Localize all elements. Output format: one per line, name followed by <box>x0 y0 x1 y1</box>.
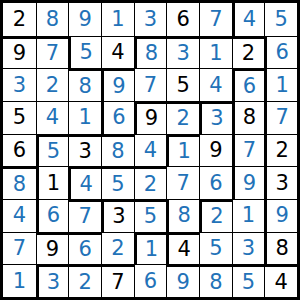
cell-r9c4[interactable]: 7 <box>101 264 134 297</box>
cell-r9c6[interactable]: 9 <box>166 264 199 297</box>
cell-r5c6[interactable]: 1 <box>166 134 199 167</box>
cell-r5c5[interactable]: 4 <box>134 134 167 167</box>
cell-r5c7[interactable]: 9 <box>199 134 232 167</box>
cell-r6c3[interactable]: 4 <box>68 166 101 199</box>
cell-r5c2[interactable]: 5 <box>36 134 69 167</box>
cell-r3c7[interactable]: 4 <box>199 68 232 101</box>
cell-r7c5[interactable]: 5 <box>134 199 167 232</box>
cell-r9c5[interactable]: 6 <box>134 264 167 297</box>
cell-r3c2[interactable]: 2 <box>36 68 69 101</box>
cell-r6c6[interactable]: 7 <box>166 166 199 199</box>
cell-r2c4[interactable]: 4 <box>101 36 134 69</box>
cell-r1c2[interactable]: 8 <box>36 3 69 36</box>
cell-r7c9[interactable]: 9 <box>264 199 297 232</box>
cell-r2c2[interactable]: 7 <box>36 36 69 69</box>
cell-r3c6[interactable]: 5 <box>166 68 199 101</box>
cell-r9c3[interactable]: 2 <box>68 264 101 297</box>
cell-r7c7[interactable]: 2 <box>199 199 232 232</box>
cell-r5c4[interactable]: 8 <box>101 134 134 167</box>
cell-r5c1[interactable]: 6 <box>3 134 36 167</box>
cell-r4c4[interactable]: 6 <box>101 101 134 134</box>
cell-r8c9[interactable]: 8 <box>264 232 297 265</box>
cell-r2c8[interactable]: 2 <box>232 36 265 69</box>
cell-r6c5[interactable]: 2 <box>134 166 167 199</box>
cell-r3c8[interactable]: 6 <box>232 68 265 101</box>
cell-r1c1[interactable]: 2 <box>3 3 36 36</box>
cell-r8c4[interactable]: 2 <box>101 232 134 265</box>
cell-r1c7[interactable]: 7 <box>199 3 232 36</box>
cell-r8c1[interactable]: 7 <box>3 232 36 265</box>
cell-r4c2[interactable]: 4 <box>36 101 69 134</box>
cell-r7c3[interactable]: 7 <box>68 199 101 232</box>
cell-r4c9[interactable]: 7 <box>264 101 297 134</box>
cell-r1c8[interactable]: 4 <box>232 3 265 36</box>
cell-r7c8[interactable]: 1 <box>232 199 265 232</box>
cell-r4c1[interactable]: 5 <box>3 101 36 134</box>
jigsaw-sudoku-board: 2891367459754831263289754615416923876538… <box>0 0 300 300</box>
cell-r2c3[interactable]: 5 <box>68 36 101 69</box>
cell-r2c5[interactable]: 8 <box>134 36 167 69</box>
cell-r2c1[interactable]: 9 <box>3 36 36 69</box>
cell-r9c7[interactable]: 8 <box>199 264 232 297</box>
cell-r9c1[interactable]: 1 <box>3 264 36 297</box>
cell-r4c3[interactable]: 1 <box>68 101 101 134</box>
cell-r5c8[interactable]: 7 <box>232 134 265 167</box>
cell-r8c2[interactable]: 9 <box>36 232 69 265</box>
cell-r4c5[interactable]: 9 <box>134 101 167 134</box>
cell-r8c5[interactable]: 1 <box>134 232 167 265</box>
cell-r3c1[interactable]: 3 <box>3 68 36 101</box>
cell-r6c7[interactable]: 6 <box>199 166 232 199</box>
cell-r8c6[interactable]: 4 <box>166 232 199 265</box>
cell-r1c9[interactable]: 5 <box>264 3 297 36</box>
cell-r2c9[interactable]: 6 <box>264 36 297 69</box>
cell-r8c7[interactable]: 5 <box>199 232 232 265</box>
cell-r3c3[interactable]: 8 <box>68 68 101 101</box>
cell-r2c7[interactable]: 1 <box>199 36 232 69</box>
cell-r3c5[interactable]: 7 <box>134 68 167 101</box>
cell-r6c2[interactable]: 1 <box>36 166 69 199</box>
cell-r1c6[interactable]: 6 <box>166 3 199 36</box>
cell-r7c1[interactable]: 4 <box>3 199 36 232</box>
cell-r7c2[interactable]: 6 <box>36 199 69 232</box>
cell-r4c7[interactable]: 3 <box>199 101 232 134</box>
cell-r9c2[interactable]: 3 <box>36 264 69 297</box>
cell-r3c9[interactable]: 1 <box>264 68 297 101</box>
cell-r3c4[interactable]: 9 <box>101 68 134 101</box>
cell-r7c6[interactable]: 8 <box>166 199 199 232</box>
cell-r1c3[interactable]: 9 <box>68 3 101 36</box>
cell-r1c4[interactable]: 1 <box>101 3 134 36</box>
cell-r4c8[interactable]: 8 <box>232 101 265 134</box>
cell-r9c8[interactable]: 5 <box>232 264 265 297</box>
cell-r8c8[interactable]: 3 <box>232 232 265 265</box>
cell-r6c9[interactable]: 3 <box>264 166 297 199</box>
cell-r1c5[interactable]: 3 <box>134 3 167 36</box>
cell-r9c9[interactable]: 4 <box>264 264 297 297</box>
cell-r8c3[interactable]: 6 <box>68 232 101 265</box>
cell-r4c6[interactable]: 2 <box>166 101 199 134</box>
cell-r7c4[interactable]: 3 <box>101 199 134 232</box>
cell-r6c1[interactable]: 8 <box>3 166 36 199</box>
cell-r5c3[interactable]: 3 <box>68 134 101 167</box>
cell-r5c9[interactable]: 2 <box>264 134 297 167</box>
cell-r6c8[interactable]: 9 <box>232 166 265 199</box>
cell-r2c6[interactable]: 3 <box>166 36 199 69</box>
cell-r6c4[interactable]: 5 <box>101 166 134 199</box>
